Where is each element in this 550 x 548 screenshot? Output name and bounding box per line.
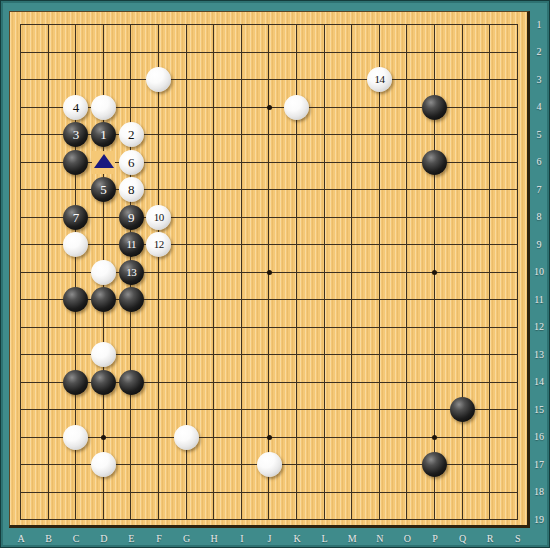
intersection-B16[interactable] [35,424,63,452]
intersection-K11[interactable] [283,286,311,314]
intersection-B7[interactable] [35,176,63,204]
intersection-A12[interactable] [9,314,35,342]
intersection-E1[interactable] [117,11,145,39]
intersection-H18[interactable] [200,479,228,507]
intersection-M5[interactable] [338,121,366,149]
intersection-A19[interactable] [9,506,35,528]
intersection-M19[interactable] [338,506,366,528]
intersection-R3[interactable] [476,66,504,94]
intersection-P5[interactable] [421,121,449,149]
intersection-M3[interactable] [338,66,366,94]
intersection-M18[interactable] [338,479,366,507]
intersection-O5[interactable] [393,121,421,149]
intersection-M2[interactable] [338,39,366,67]
intersection-E10[interactable]: 13 [117,259,145,287]
intersection-E3[interactable] [117,66,145,94]
intersection-J16[interactable] [255,424,283,452]
intersection-R1[interactable] [476,11,504,39]
intersection-K14[interactable] [283,369,311,397]
intersection-G7[interactable] [173,176,201,204]
intersection-P8[interactable] [421,204,449,232]
intersection-N18[interactable] [366,479,394,507]
intersection-M16[interactable] [338,424,366,452]
intersection-O7[interactable] [393,176,421,204]
intersection-F17[interactable] [145,451,173,479]
intersection-L1[interactable] [311,11,339,39]
intersection-N12[interactable] [366,314,394,342]
intersection-B18[interactable] [35,479,63,507]
intersection-N4[interactable] [366,94,394,122]
intersection-J6[interactable] [255,149,283,177]
intersection-P14[interactable] [421,369,449,397]
intersection-Q10[interactable] [449,259,477,287]
intersection-A6[interactable] [9,149,35,177]
intersection-H12[interactable] [200,314,228,342]
intersection-I1[interactable] [228,11,256,39]
intersection-D8[interactable] [90,204,118,232]
intersection-L3[interactable] [311,66,339,94]
intersection-K3[interactable] [283,66,311,94]
intersection-O6[interactable] [393,149,421,177]
intersection-S4[interactable] [504,94,530,122]
intersection-I7[interactable] [228,176,256,204]
intersection-A15[interactable] [9,396,35,424]
intersection-C14[interactable] [62,369,90,397]
intersection-C10[interactable] [62,259,90,287]
intersection-S12[interactable] [504,314,530,342]
intersection-O18[interactable] [393,479,421,507]
intersection-L12[interactable] [311,314,339,342]
intersection-C1[interactable] [62,11,90,39]
intersection-R4[interactable] [476,94,504,122]
intersection-O12[interactable] [393,314,421,342]
intersection-A17[interactable] [9,451,35,479]
intersection-H5[interactable] [200,121,228,149]
intersection-S8[interactable] [504,204,530,232]
intersection-H17[interactable] [200,451,228,479]
intersection-L14[interactable] [311,369,339,397]
intersection-J7[interactable] [255,176,283,204]
intersection-B3[interactable] [35,66,63,94]
intersection-E16[interactable] [117,424,145,452]
intersection-C8[interactable]: 7 [62,204,90,232]
intersection-I4[interactable] [228,94,256,122]
intersection-G10[interactable] [173,259,201,287]
intersection-B10[interactable] [35,259,63,287]
intersection-C2[interactable] [62,39,90,67]
intersection-E14[interactable] [117,369,145,397]
intersection-F12[interactable] [145,314,173,342]
intersection-S13[interactable] [504,341,530,369]
intersection-N14[interactable] [366,369,394,397]
intersection-I17[interactable] [228,451,256,479]
intersection-D13[interactable] [90,341,118,369]
intersection-A10[interactable] [9,259,35,287]
intersection-Q7[interactable] [449,176,477,204]
intersection-R9[interactable] [476,231,504,259]
intersection-Q6[interactable] [449,149,477,177]
intersection-E4[interactable] [117,94,145,122]
intersection-L7[interactable] [311,176,339,204]
intersection-A16[interactable] [9,424,35,452]
intersection-E2[interactable] [117,39,145,67]
intersection-N1[interactable] [366,11,394,39]
intersection-Q18[interactable] [449,479,477,507]
intersection-L17[interactable] [311,451,339,479]
intersection-J15[interactable] [255,396,283,424]
intersection-E8[interactable]: 9 [117,204,145,232]
intersection-P18[interactable] [421,479,449,507]
intersection-C18[interactable] [62,479,90,507]
intersection-C7[interactable] [62,176,90,204]
intersection-F4[interactable] [145,94,173,122]
intersection-O14[interactable] [393,369,421,397]
intersection-D4[interactable] [90,94,118,122]
intersection-C4[interactable]: 4 [62,94,90,122]
intersection-O11[interactable] [393,286,421,314]
intersection-G18[interactable] [173,479,201,507]
intersection-Q17[interactable] [449,451,477,479]
intersection-C3[interactable] [62,66,90,94]
intersection-J12[interactable] [255,314,283,342]
intersection-K9[interactable] [283,231,311,259]
intersection-J10[interactable] [255,259,283,287]
intersection-D2[interactable] [90,39,118,67]
intersection-M8[interactable] [338,204,366,232]
intersection-B2[interactable] [35,39,63,67]
intersection-B11[interactable] [35,286,63,314]
intersection-Q15[interactable] [449,396,477,424]
intersection-A4[interactable] [9,94,35,122]
intersection-L15[interactable] [311,396,339,424]
intersection-N8[interactable] [366,204,394,232]
intersection-J13[interactable] [255,341,283,369]
intersection-I6[interactable] [228,149,256,177]
intersection-P6[interactable] [421,149,449,177]
intersection-I16[interactable] [228,424,256,452]
intersection-R2[interactable] [476,39,504,67]
intersection-C6[interactable] [62,149,90,177]
intersection-S9[interactable] [504,231,530,259]
intersection-J2[interactable] [255,39,283,67]
intersection-M13[interactable] [338,341,366,369]
intersection-I13[interactable] [228,341,256,369]
intersection-P15[interactable] [421,396,449,424]
intersection-F18[interactable] [145,479,173,507]
intersection-L11[interactable] [311,286,339,314]
intersection-D1[interactable] [90,11,118,39]
intersection-S3[interactable] [504,66,530,94]
intersection-C19[interactable] [62,506,90,528]
intersection-R8[interactable] [476,204,504,232]
intersection-F9[interactable]: 12 [145,231,173,259]
intersection-H2[interactable] [200,39,228,67]
intersection-E13[interactable] [117,341,145,369]
intersection-F1[interactable] [145,11,173,39]
intersection-G3[interactable] [173,66,201,94]
intersection-R13[interactable] [476,341,504,369]
intersection-R14[interactable] [476,369,504,397]
intersection-P17[interactable] [421,451,449,479]
intersection-N9[interactable] [366,231,394,259]
intersection-O13[interactable] [393,341,421,369]
intersection-J4[interactable] [255,94,283,122]
intersection-R12[interactable] [476,314,504,342]
intersection-K7[interactable] [283,176,311,204]
intersection-A5[interactable] [9,121,35,149]
intersection-M14[interactable] [338,369,366,397]
intersection-R16[interactable] [476,424,504,452]
intersection-M10[interactable] [338,259,366,287]
intersection-H8[interactable] [200,204,228,232]
intersection-F2[interactable] [145,39,173,67]
intersection-I15[interactable] [228,396,256,424]
intersection-O16[interactable] [393,424,421,452]
intersection-P16[interactable] [421,424,449,452]
intersection-R10[interactable] [476,259,504,287]
intersection-M9[interactable] [338,231,366,259]
intersection-G16[interactable] [173,424,201,452]
intersection-K10[interactable] [283,259,311,287]
intersection-L5[interactable] [311,121,339,149]
intersection-C11[interactable] [62,286,90,314]
intersection-N5[interactable] [366,121,394,149]
intersection-G1[interactable] [173,11,201,39]
intersection-Q13[interactable] [449,341,477,369]
intersection-Q12[interactable] [449,314,477,342]
intersection-F13[interactable] [145,341,173,369]
intersection-H13[interactable] [200,341,228,369]
intersection-G13[interactable] [173,341,201,369]
intersection-J19[interactable] [255,506,283,528]
intersection-L6[interactable] [311,149,339,177]
intersection-H14[interactable] [200,369,228,397]
intersection-O2[interactable] [393,39,421,67]
intersection-F3[interactable] [145,66,173,94]
intersection-R17[interactable] [476,451,504,479]
intersection-R19[interactable] [476,506,504,528]
intersection-D15[interactable] [90,396,118,424]
intersection-I8[interactable] [228,204,256,232]
intersection-G4[interactable] [173,94,201,122]
intersection-G11[interactable] [173,286,201,314]
intersection-B19[interactable] [35,506,63,528]
intersection-Q9[interactable] [449,231,477,259]
intersection-E18[interactable] [117,479,145,507]
intersection-F7[interactable] [145,176,173,204]
intersection-A18[interactable] [9,479,35,507]
intersection-J3[interactable] [255,66,283,94]
intersection-D9[interactable] [90,231,118,259]
intersection-K6[interactable] [283,149,311,177]
intersection-H4[interactable] [200,94,228,122]
intersection-P2[interactable] [421,39,449,67]
intersection-D3[interactable] [90,66,118,94]
intersection-C9[interactable] [62,231,90,259]
intersection-E5[interactable]: 2 [117,121,145,149]
intersection-L16[interactable] [311,424,339,452]
intersection-M4[interactable] [338,94,366,122]
intersection-Q2[interactable] [449,39,477,67]
intersection-A3[interactable] [9,66,35,94]
intersection-R5[interactable] [476,121,504,149]
intersection-L8[interactable] [311,204,339,232]
intersection-B15[interactable] [35,396,63,424]
intersection-R6[interactable] [476,149,504,177]
intersection-B13[interactable] [35,341,63,369]
intersection-H7[interactable] [200,176,228,204]
intersection-N16[interactable] [366,424,394,452]
intersection-E6[interactable]: 6 [117,149,145,177]
intersection-P11[interactable] [421,286,449,314]
intersection-N7[interactable] [366,176,394,204]
intersection-E15[interactable] [117,396,145,424]
intersection-Q11[interactable] [449,286,477,314]
intersection-F6[interactable] [145,149,173,177]
intersection-S1[interactable] [504,11,530,39]
intersection-K13[interactable] [283,341,311,369]
intersection-E17[interactable] [117,451,145,479]
intersection-C5[interactable]: 3 [62,121,90,149]
intersection-A13[interactable] [9,341,35,369]
intersection-B5[interactable] [35,121,63,149]
intersection-S6[interactable] [504,149,530,177]
intersection-E7[interactable]: 8 [117,176,145,204]
intersection-J8[interactable] [255,204,283,232]
intersection-H10[interactable] [200,259,228,287]
intersection-N17[interactable] [366,451,394,479]
intersection-O1[interactable] [393,11,421,39]
intersection-K8[interactable] [283,204,311,232]
intersection-D17[interactable] [90,451,118,479]
intersection-M12[interactable] [338,314,366,342]
intersection-E9[interactable]: 11 [117,231,145,259]
intersection-K12[interactable] [283,314,311,342]
intersection-P1[interactable] [421,11,449,39]
intersection-N11[interactable] [366,286,394,314]
intersection-Q1[interactable] [449,11,477,39]
intersection-L2[interactable] [311,39,339,67]
intersection-Q14[interactable] [449,369,477,397]
intersection-J11[interactable] [255,286,283,314]
intersection-F15[interactable] [145,396,173,424]
intersection-I3[interactable] [228,66,256,94]
intersection-K18[interactable] [283,479,311,507]
intersection-D10[interactable] [90,259,118,287]
intersection-P13[interactable] [421,341,449,369]
intersection-C13[interactable] [62,341,90,369]
intersection-D16[interactable] [90,424,118,452]
intersection-A11[interactable] [9,286,35,314]
intersection-H15[interactable] [200,396,228,424]
intersection-M17[interactable] [338,451,366,479]
intersection-H3[interactable] [200,66,228,94]
intersection-H1[interactable] [200,11,228,39]
intersection-H16[interactable] [200,424,228,452]
intersection-J5[interactable] [255,121,283,149]
intersection-Q3[interactable] [449,66,477,94]
intersection-K19[interactable] [283,506,311,528]
intersection-K16[interactable] [283,424,311,452]
intersection-F5[interactable] [145,121,173,149]
intersection-P19[interactable] [421,506,449,528]
intersection-D6[interactable] [90,149,118,177]
intersection-N6[interactable] [366,149,394,177]
intersection-H6[interactable] [200,149,228,177]
intersection-G2[interactable] [173,39,201,67]
intersection-G5[interactable] [173,121,201,149]
intersection-S7[interactable] [504,176,530,204]
intersection-S11[interactable] [504,286,530,314]
intersection-N10[interactable] [366,259,394,287]
intersection-A8[interactable] [9,204,35,232]
intersection-S2[interactable] [504,39,530,67]
intersection-F14[interactable] [145,369,173,397]
intersection-M11[interactable] [338,286,366,314]
intersection-N3[interactable]: 14 [366,66,394,94]
intersection-B14[interactable] [35,369,63,397]
intersection-C16[interactable] [62,424,90,452]
intersection-M7[interactable] [338,176,366,204]
intersection-O19[interactable] [393,506,421,528]
intersection-S14[interactable] [504,369,530,397]
intersection-N13[interactable] [366,341,394,369]
intersection-L13[interactable] [311,341,339,369]
intersection-H11[interactable] [200,286,228,314]
intersection-M1[interactable] [338,11,366,39]
intersection-G9[interactable] [173,231,201,259]
intersection-D5[interactable]: 1 [90,121,118,149]
intersection-I9[interactable] [228,231,256,259]
intersection-D18[interactable] [90,479,118,507]
intersection-G8[interactable] [173,204,201,232]
intersection-I10[interactable] [228,259,256,287]
intersection-F19[interactable] [145,506,173,528]
intersection-O4[interactable] [393,94,421,122]
intersection-A2[interactable] [9,39,35,67]
intersection-G6[interactable] [173,149,201,177]
intersection-K17[interactable] [283,451,311,479]
intersection-E11[interactable] [117,286,145,314]
intersection-M15[interactable] [338,396,366,424]
intersection-O15[interactable] [393,396,421,424]
intersection-J9[interactable] [255,231,283,259]
intersection-F8[interactable]: 10 [145,204,173,232]
intersection-I12[interactable] [228,314,256,342]
intersection-H19[interactable] [200,506,228,528]
intersection-J18[interactable] [255,479,283,507]
intersection-N2[interactable] [366,39,394,67]
intersection-N19[interactable] [366,506,394,528]
intersection-S15[interactable] [504,396,530,424]
intersection-H9[interactable] [200,231,228,259]
intersection-O9[interactable] [393,231,421,259]
intersection-S18[interactable] [504,479,530,507]
intersection-I18[interactable] [228,479,256,507]
intersection-O10[interactable] [393,259,421,287]
intersection-E19[interactable] [117,506,145,528]
intersection-D14[interactable] [90,369,118,397]
intersection-G19[interactable] [173,506,201,528]
intersection-G17[interactable] [173,451,201,479]
intersection-D11[interactable] [90,286,118,314]
intersection-P3[interactable] [421,66,449,94]
intersection-L10[interactable] [311,259,339,287]
intersection-R18[interactable] [476,479,504,507]
intersection-C17[interactable] [62,451,90,479]
intersection-I5[interactable] [228,121,256,149]
intersection-I2[interactable] [228,39,256,67]
